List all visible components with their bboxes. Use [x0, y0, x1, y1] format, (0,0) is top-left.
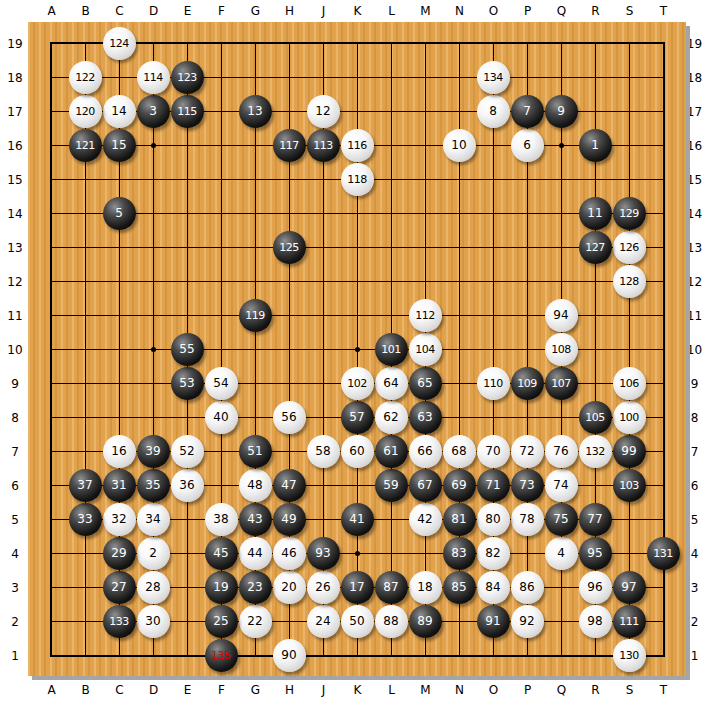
stone-S14: 129 — [613, 197, 646, 230]
stone-N6: 69 — [443, 469, 476, 502]
row-label-right-15: 15 — [687, 173, 702, 187]
move-number: 106 — [619, 378, 639, 389]
stone-Q5: 75 — [545, 503, 578, 536]
move-number: 107 — [551, 378, 571, 389]
stone-O5: 80 — [477, 503, 510, 536]
col-label-top-H: H — [285, 4, 294, 18]
move-number: 70 — [485, 445, 500, 457]
move-number: 58 — [315, 445, 330, 457]
stone-C6: 31 — [103, 469, 136, 502]
row-label-right-5: 5 — [691, 513, 699, 527]
move-number: 34 — [145, 513, 160, 525]
move-number: 116 — [347, 140, 367, 151]
move-number: 121 — [75, 140, 95, 151]
move-number: 96 — [587, 581, 602, 593]
stone-J17: 12 — [307, 95, 340, 128]
move-number: 57 — [349, 411, 364, 423]
col-label-bottom-G: G — [251, 683, 260, 697]
move-number: 87 — [383, 581, 398, 593]
stone-G11: 119 — [239, 299, 272, 332]
stone-C4: 29 — [103, 537, 136, 570]
move-number: 61 — [383, 445, 398, 457]
col-label-top-J: J — [322, 4, 326, 18]
row-label-right-14: 14 — [687, 207, 702, 221]
move-number: 125 — [279, 242, 299, 253]
move-number: 110 — [483, 378, 503, 389]
stones-layer: 1234567891011121314151617181920222324252… — [34, 26, 680, 672]
stone-O3: 84 — [477, 571, 510, 604]
move-number: 133 — [109, 616, 129, 627]
row-label-right-8: 8 — [691, 411, 699, 425]
move-number: 16 — [111, 445, 126, 457]
stone-P9: 109 — [511, 367, 544, 400]
stone-Q10: 108 — [545, 333, 578, 366]
stone-G3: 23 — [239, 571, 272, 604]
stone-E17: 115 — [171, 95, 204, 128]
stone-D17: 3 — [137, 95, 170, 128]
move-number: 131 — [653, 548, 673, 559]
move-number: 65 — [417, 377, 432, 389]
move-number: 36 — [179, 479, 194, 491]
col-label-bottom-N: N — [455, 683, 464, 697]
move-number: 82 — [485, 547, 500, 559]
move-number: 134 — [483, 72, 503, 83]
stone-M7: 66 — [409, 435, 442, 468]
stone-E10: 55 — [171, 333, 204, 366]
row-label-right-1: 1 — [691, 649, 699, 663]
col-label-top-E: E — [184, 4, 192, 18]
move-number: 47 — [281, 479, 296, 491]
move-number: 119 — [245, 310, 265, 321]
row-label-right-4: 4 — [691, 547, 699, 561]
move-number: 49 — [281, 513, 296, 525]
move-number: 62 — [383, 411, 398, 423]
row-label-left-9: 9 — [11, 377, 19, 391]
stone-H8: 56 — [273, 401, 306, 434]
col-label-top-T: T — [660, 4, 667, 18]
move-number: 52 — [179, 445, 194, 457]
stone-F5: 38 — [205, 503, 238, 536]
stone-B17: 120 — [69, 95, 102, 128]
stone-B18: 122 — [69, 61, 102, 94]
col-label-bottom-S: S — [626, 683, 634, 697]
move-number: 63 — [417, 411, 432, 423]
move-number: 86 — [519, 581, 534, 593]
stone-L10: 101 — [375, 333, 408, 366]
stone-M3: 18 — [409, 571, 442, 604]
row-label-left-6: 6 — [11, 479, 19, 493]
move-number: 84 — [485, 581, 500, 593]
row-label-left-7: 7 — [11, 445, 19, 459]
col-label-top-A: A — [47, 4, 55, 18]
col-label-top-G: G — [251, 4, 260, 18]
stone-G2: 22 — [239, 605, 272, 638]
move-number: 5 — [115, 207, 123, 219]
move-number: 31 — [111, 479, 126, 491]
move-number: 112 — [415, 310, 435, 321]
stone-F3: 19 — [205, 571, 238, 604]
move-number: 32 — [111, 513, 126, 525]
stone-K9: 102 — [341, 367, 374, 400]
col-label-bottom-B: B — [81, 683, 89, 697]
stone-H6: 47 — [273, 469, 306, 502]
row-label-right-11: 11 — [687, 309, 702, 323]
col-label-top-M: M — [420, 4, 430, 18]
stone-R16: 1 — [579, 129, 612, 162]
stone-K5: 41 — [341, 503, 374, 536]
col-label-top-F: F — [218, 4, 225, 18]
stone-M8: 63 — [409, 401, 442, 434]
stone-J4: 93 — [307, 537, 340, 570]
stone-H5: 49 — [273, 503, 306, 536]
stone-S13: 126 — [613, 231, 646, 264]
stone-O18: 134 — [477, 61, 510, 94]
move-number: 40 — [213, 411, 228, 423]
row-label-right-13: 13 — [687, 241, 702, 255]
move-number: 28 — [145, 581, 160, 593]
row-label-right-12: 12 — [687, 275, 702, 289]
move-number: 37 — [77, 479, 92, 491]
move-number: 132 — [585, 446, 605, 457]
stone-O6: 71 — [477, 469, 510, 502]
stone-S8: 100 — [613, 401, 646, 434]
row-label-left-4: 4 — [11, 547, 19, 561]
move-number: 93 — [315, 547, 330, 559]
move-number: 77 — [587, 513, 602, 525]
stone-K15: 118 — [341, 163, 374, 196]
col-label-bottom-D: D — [149, 683, 158, 697]
move-number: 120 — [75, 106, 95, 117]
col-label-bottom-L: L — [388, 683, 395, 697]
stone-G17: 13 — [239, 95, 272, 128]
move-number: 81 — [451, 513, 466, 525]
col-label-bottom-H: H — [285, 683, 294, 697]
stone-R13: 127 — [579, 231, 612, 264]
move-number: 17 — [349, 581, 364, 593]
move-number: 100 — [619, 412, 639, 423]
move-number: 29 — [111, 547, 126, 559]
stone-R2: 98 — [579, 605, 612, 638]
move-number: 83 — [451, 547, 466, 559]
stone-H13: 125 — [273, 231, 306, 264]
stone-M2: 89 — [409, 605, 442, 638]
move-number: 22 — [247, 615, 262, 627]
stone-C5: 32 — [103, 503, 136, 536]
move-number: 11 — [587, 207, 602, 219]
move-number: 19 — [213, 581, 228, 593]
move-number: 33 — [77, 513, 92, 525]
move-number: 92 — [519, 615, 534, 627]
col-label-bottom-R: R — [591, 683, 599, 697]
stone-O4: 82 — [477, 537, 510, 570]
move-number: 130 — [619, 650, 639, 661]
move-number: 114 — [143, 72, 163, 83]
row-label-left-14: 14 — [7, 207, 22, 221]
stone-S1: 130 — [613, 639, 646, 672]
move-number: 1 — [591, 139, 599, 151]
stone-J3: 26 — [307, 571, 340, 604]
move-number: 101 — [381, 344, 401, 355]
stone-J16: 113 — [307, 129, 340, 162]
stone-P6: 73 — [511, 469, 544, 502]
stone-L6: 59 — [375, 469, 408, 502]
col-label-bottom-Q: Q — [557, 683, 566, 697]
move-number: 48 — [247, 479, 262, 491]
move-number: 98 — [587, 615, 602, 627]
stone-D18: 114 — [137, 61, 170, 94]
stone-H16: 117 — [273, 129, 306, 162]
move-number: 102 — [347, 378, 367, 389]
stone-O7: 70 — [477, 435, 510, 468]
stone-G6: 48 — [239, 469, 272, 502]
move-number: 135 — [211, 650, 231, 661]
stone-E9: 53 — [171, 367, 204, 400]
stone-J2: 24 — [307, 605, 340, 638]
stone-M6: 67 — [409, 469, 442, 502]
row-label-right-6: 6 — [691, 479, 699, 493]
move-number: 76 — [553, 445, 568, 457]
stone-B16: 121 — [69, 129, 102, 162]
move-number: 103 — [619, 480, 639, 491]
col-label-bottom-F: F — [218, 683, 225, 697]
stone-G4: 44 — [239, 537, 272, 570]
stone-R8: 105 — [579, 401, 612, 434]
move-number: 56 — [281, 411, 296, 423]
stone-P5: 78 — [511, 503, 544, 536]
stone-H3: 20 — [273, 571, 306, 604]
stone-L3: 87 — [375, 571, 408, 604]
move-number: 14 — [111, 105, 126, 117]
go-board: 1234567891011121314151617181920222324252… — [28, 22, 686, 676]
stone-N5: 81 — [443, 503, 476, 536]
col-label-bottom-E: E — [184, 683, 192, 697]
stone-E7: 52 — [171, 435, 204, 468]
move-number: 6 — [523, 139, 531, 151]
move-number: 41 — [349, 513, 364, 525]
stone-F4: 45 — [205, 537, 238, 570]
stone-K7: 60 — [341, 435, 374, 468]
row-label-left-15: 15 — [7, 173, 22, 187]
stone-R5: 77 — [579, 503, 612, 536]
move-number: 24 — [315, 615, 330, 627]
stone-O2: 91 — [477, 605, 510, 638]
move-number: 104 — [415, 344, 435, 355]
stone-Q17: 9 — [545, 95, 578, 128]
col-label-top-L: L — [388, 4, 395, 18]
move-number: 124 — [109, 38, 129, 49]
move-number: 68 — [451, 445, 466, 457]
row-label-left-1: 1 — [11, 649, 19, 663]
col-label-bottom-P: P — [524, 683, 531, 697]
col-label-top-C: C — [115, 4, 123, 18]
stone-E18: 123 — [171, 61, 204, 94]
stone-C16: 15 — [103, 129, 136, 162]
stone-L2: 88 — [375, 605, 408, 638]
stone-N3: 85 — [443, 571, 476, 604]
row-label-left-11: 11 — [7, 309, 22, 323]
stone-O17: 8 — [477, 95, 510, 128]
col-label-bottom-C: C — [115, 683, 123, 697]
move-number: 26 — [315, 581, 330, 593]
stone-D5: 34 — [137, 503, 170, 536]
stone-C2: 133 — [103, 605, 136, 638]
move-number: 94 — [553, 309, 568, 321]
move-number: 99 — [621, 445, 636, 457]
move-number: 44 — [247, 547, 262, 559]
move-number: 118 — [347, 174, 367, 185]
stone-R3: 96 — [579, 571, 612, 604]
move-number: 4 — [557, 547, 565, 559]
stone-P16: 6 — [511, 129, 544, 162]
stone-P2: 92 — [511, 605, 544, 638]
move-number: 97 — [621, 581, 636, 593]
row-label-left-10: 10 — [7, 343, 22, 357]
stone-C7: 16 — [103, 435, 136, 468]
stone-R4: 95 — [579, 537, 612, 570]
move-number: 108 — [551, 344, 571, 355]
move-number: 80 — [485, 513, 500, 525]
move-number: 51 — [247, 445, 262, 457]
move-number: 67 — [417, 479, 432, 491]
stone-R14: 11 — [579, 197, 612, 230]
move-number: 127 — [585, 242, 605, 253]
move-number: 109 — [517, 378, 537, 389]
row-label-left-12: 12 — [7, 275, 22, 289]
move-number: 10 — [451, 139, 466, 151]
move-number: 128 — [619, 276, 639, 287]
move-number: 60 — [349, 445, 364, 457]
stone-P17: 7 — [511, 95, 544, 128]
move-number: 126 — [619, 242, 639, 253]
row-label-left-8: 8 — [11, 411, 19, 425]
move-number: 23 — [247, 581, 262, 593]
stone-N7: 68 — [443, 435, 476, 468]
move-number: 122 — [75, 72, 95, 83]
stone-M5: 42 — [409, 503, 442, 536]
move-number: 2 — [149, 547, 157, 559]
stone-F2: 25 — [205, 605, 238, 638]
move-number: 13 — [247, 105, 262, 117]
stone-Q4: 4 — [545, 537, 578, 570]
stone-L8: 62 — [375, 401, 408, 434]
stone-S7: 99 — [613, 435, 646, 468]
col-label-bottom-T: T — [660, 683, 667, 697]
col-label-top-O: O — [489, 4, 498, 18]
move-number: 72 — [519, 445, 534, 457]
row-label-left-2: 2 — [11, 615, 19, 629]
col-label-top-K: K — [354, 4, 362, 18]
stone-M11: 112 — [409, 299, 442, 332]
move-number: 55 — [179, 343, 194, 355]
stone-B5: 33 — [69, 503, 102, 536]
move-number: 78 — [519, 513, 534, 525]
row-label-right-17: 17 — [687, 105, 702, 119]
move-number: 42 — [417, 513, 432, 525]
move-number: 35 — [145, 479, 160, 491]
stone-P7: 72 — [511, 435, 544, 468]
move-number: 12 — [315, 105, 330, 117]
stone-C3: 27 — [103, 571, 136, 604]
stone-K8: 57 — [341, 401, 374, 434]
move-number: 53 — [179, 377, 194, 389]
move-number: 38 — [213, 513, 228, 525]
move-number: 43 — [247, 513, 262, 525]
move-number: 3 — [149, 105, 157, 117]
move-number: 9 — [557, 105, 565, 117]
col-label-top-D: D — [149, 4, 158, 18]
row-label-left-17: 17 — [7, 105, 22, 119]
row-label-right-18: 18 — [687, 71, 702, 85]
move-number: 50 — [349, 615, 364, 627]
move-number: 25 — [213, 615, 228, 627]
col-label-bottom-A: A — [47, 683, 55, 697]
stone-N16: 10 — [443, 129, 476, 162]
move-number: 88 — [383, 615, 398, 627]
col-label-top-Q: Q — [557, 4, 566, 18]
stone-C19: 124 — [103, 27, 136, 60]
move-number: 64 — [383, 377, 398, 389]
row-label-left-16: 16 — [7, 139, 22, 153]
stone-P3: 86 — [511, 571, 544, 604]
stone-K16: 116 — [341, 129, 374, 162]
stone-G7: 51 — [239, 435, 272, 468]
col-label-top-N: N — [455, 4, 464, 18]
stone-R7: 132 — [579, 435, 612, 468]
stone-S2: 111 — [613, 605, 646, 638]
stone-Q6: 74 — [545, 469, 578, 502]
stone-G5: 43 — [239, 503, 272, 536]
row-label-right-10: 10 — [687, 343, 702, 357]
row-label-left-18: 18 — [7, 71, 22, 85]
col-label-bottom-K: K — [354, 683, 362, 697]
move-number: 30 — [145, 615, 160, 627]
move-number: 54 — [213, 377, 228, 389]
row-label-right-2: 2 — [691, 615, 699, 629]
move-number: 74 — [553, 479, 568, 491]
move-number: 46 — [281, 547, 296, 559]
stone-O9: 110 — [477, 367, 510, 400]
col-label-bottom-J: J — [322, 683, 326, 697]
move-number: 90 — [281, 649, 296, 661]
move-number: 117 — [279, 140, 299, 151]
stone-D3: 28 — [137, 571, 170, 604]
move-number: 75 — [553, 513, 568, 525]
row-label-right-19: 19 — [687, 37, 702, 51]
row-label-right-9: 9 — [691, 377, 699, 391]
row-label-left-19: 19 — [7, 37, 22, 51]
stone-Q9: 107 — [545, 367, 578, 400]
stone-T4: 131 — [647, 537, 680, 570]
move-number: 8 — [489, 105, 497, 117]
stone-H4: 46 — [273, 537, 306, 570]
stone-L7: 61 — [375, 435, 408, 468]
stone-D4: 2 — [137, 537, 170, 570]
move-number: 66 — [417, 445, 432, 457]
move-number: 45 — [213, 547, 228, 559]
stone-M10: 104 — [409, 333, 442, 366]
move-number: 95 — [587, 547, 602, 559]
stone-Q7: 76 — [545, 435, 578, 468]
row-label-right-3: 3 — [691, 581, 699, 595]
move-number: 89 — [417, 615, 432, 627]
col-label-top-R: R — [591, 4, 599, 18]
stone-D6: 35 — [137, 469, 170, 502]
move-number: 85 — [451, 581, 466, 593]
row-label-left-3: 3 — [11, 581, 19, 595]
stone-J7: 58 — [307, 435, 340, 468]
row-label-right-16: 16 — [687, 139, 702, 153]
stone-D7: 39 — [137, 435, 170, 468]
